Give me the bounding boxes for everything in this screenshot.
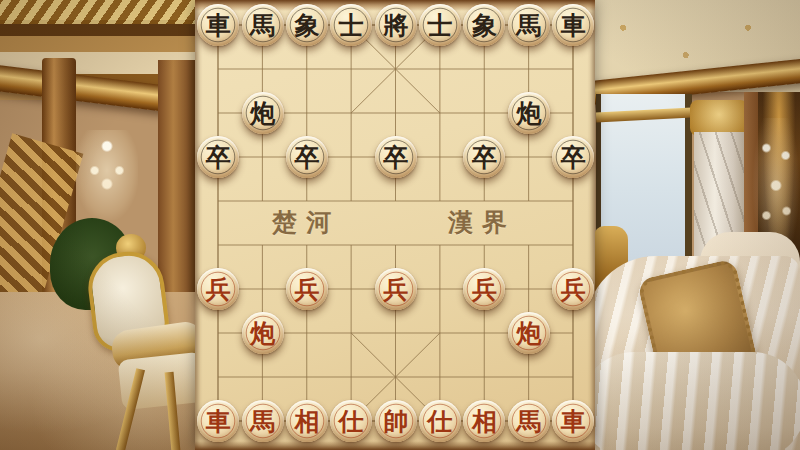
piece-red-cannon[interactable]: 炮 bbox=[242, 312, 284, 354]
board-pieces: 車馬象士將士象馬車炮炮卒卒卒卒卒兵兵兵兵兵炮炮車馬相仕帥仕相馬車 bbox=[196, 3, 596, 443]
piece-black-chariot[interactable]: 車 bbox=[197, 4, 239, 46]
piece-black-elephant[interactable]: 象 bbox=[286, 4, 328, 46]
piece-black-chariot[interactable]: 車 bbox=[552, 4, 594, 46]
piece-red-horse[interactable]: 馬 bbox=[508, 400, 550, 442]
piece-red-soldier[interactable]: 兵 bbox=[552, 268, 594, 310]
piece-black-soldier[interactable]: 卒 bbox=[463, 136, 505, 178]
piece-red-elephant[interactable]: 相 bbox=[463, 400, 505, 442]
piece-black-cannon[interactable]: 炮 bbox=[242, 92, 284, 134]
piece-red-soldier[interactable]: 兵 bbox=[197, 268, 239, 310]
piece-red-soldier[interactable]: 兵 bbox=[375, 268, 417, 310]
piece-red-chariot[interactable]: 車 bbox=[197, 400, 239, 442]
piece-black-cannon[interactable]: 炮 bbox=[508, 92, 550, 134]
piece-black-soldier[interactable]: 卒 bbox=[375, 136, 417, 178]
piece-red-advisor[interactable]: 仕 bbox=[419, 400, 461, 442]
piece-black-soldier[interactable]: 卒 bbox=[197, 136, 239, 178]
screenshot-root: 楚河 漢界 車馬象士將士象馬車炮炮卒卒卒卒卒兵兵兵兵兵炮炮車馬相仕帥仕相馬車 bbox=[0, 0, 800, 450]
piece-red-soldier[interactable]: 兵 bbox=[463, 268, 505, 310]
piece-red-advisor[interactable]: 仕 bbox=[330, 400, 372, 442]
piece-red-cannon[interactable]: 炮 bbox=[508, 312, 550, 354]
piece-black-soldier[interactable]: 卒 bbox=[552, 136, 594, 178]
piece-black-general[interactable]: 將 bbox=[375, 4, 417, 46]
piece-red-general[interactable]: 帥 bbox=[375, 400, 417, 442]
piece-black-soldier[interactable]: 卒 bbox=[286, 136, 328, 178]
piece-black-elephant[interactable]: 象 bbox=[463, 4, 505, 46]
piece-black-advisor[interactable]: 士 bbox=[330, 4, 372, 46]
piece-red-soldier[interactable]: 兵 bbox=[286, 268, 328, 310]
piece-red-chariot[interactable]: 車 bbox=[552, 400, 594, 442]
piece-black-horse[interactable]: 馬 bbox=[242, 4, 284, 46]
piece-black-advisor[interactable]: 士 bbox=[419, 4, 461, 46]
piece-red-elephant[interactable]: 相 bbox=[286, 400, 328, 442]
piece-black-horse[interactable]: 馬 bbox=[508, 4, 550, 46]
piece-red-horse[interactable]: 馬 bbox=[242, 400, 284, 442]
xiangqi-board: 楚河 漢界 車馬象士將士象馬車炮炮卒卒卒卒卒兵兵兵兵兵炮炮車馬相仕帥仕相馬車 bbox=[195, 0, 595, 450]
